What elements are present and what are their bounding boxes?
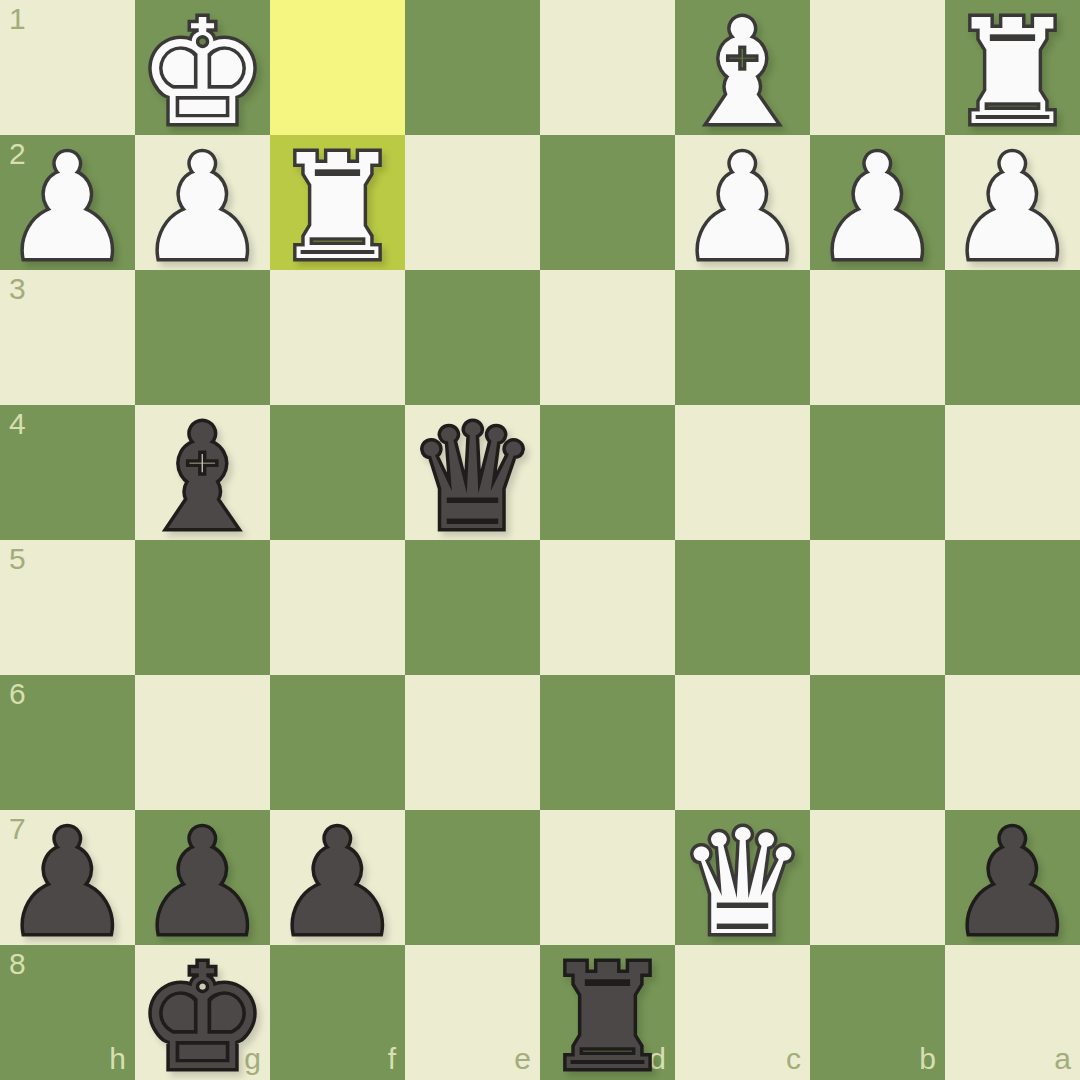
square-d1[interactable] <box>540 0 675 135</box>
piece-fill: ♛ <box>405 410 540 545</box>
square-g2[interactable]: ♟♟ <box>135 135 270 270</box>
rank-label-6: 6 <box>9 679 26 709</box>
square-a3[interactable] <box>945 270 1080 405</box>
square-c5[interactable] <box>675 540 810 675</box>
white-pawn[interactable]: ♟♟ <box>675 135 810 270</box>
square-f5[interactable] <box>270 540 405 675</box>
square-e6[interactable] <box>405 675 540 810</box>
square-b1[interactable] <box>810 0 945 135</box>
square-e3[interactable] <box>405 270 540 405</box>
black-pawn[interactable]: ♟♟ <box>270 810 405 945</box>
black-rook[interactable]: ♜♜ <box>540 945 675 1080</box>
square-a8[interactable]: a <box>945 945 1080 1080</box>
square-b7[interactable] <box>810 810 945 945</box>
square-h5[interactable]: 5 <box>0 540 135 675</box>
square-f4[interactable] <box>270 405 405 540</box>
square-a4[interactable] <box>945 405 1080 540</box>
square-a5[interactable] <box>945 540 1080 675</box>
piece-fill: ♟ <box>135 815 270 950</box>
square-h8[interactable]: 8h <box>0 945 135 1080</box>
white-pawn[interactable]: ♟♟ <box>135 135 270 270</box>
piece-fill: ♜ <box>270 140 405 275</box>
piece-fill: ♟ <box>945 140 1080 275</box>
white-bishop[interactable]: ♝♝ <box>675 0 810 135</box>
square-h3[interactable]: 3 <box>0 270 135 405</box>
piece-fill: ♜ <box>945 5 1080 140</box>
square-c8[interactable]: c <box>675 945 810 1080</box>
square-e4[interactable]: ♛♛ <box>405 405 540 540</box>
square-b8[interactable]: b <box>810 945 945 1080</box>
square-c3[interactable] <box>675 270 810 405</box>
rank-label-3: 3 <box>9 274 26 304</box>
square-e1[interactable] <box>405 0 540 135</box>
white-pawn[interactable]: ♟♟ <box>945 135 1080 270</box>
square-b3[interactable] <box>810 270 945 405</box>
piece-fill: ♟ <box>135 140 270 275</box>
rank-label-8: 8 <box>9 949 26 979</box>
piece-fill: ♛ <box>675 815 810 950</box>
chess-board: 1♚♚♝♝♜♜2♟♟♟♟♜♜♟♟♟♟♟♟34♝♝♛♛567♟♟♟♟♟♟♛♛♟♟8… <box>0 0 1080 1080</box>
square-f3[interactable] <box>270 270 405 405</box>
square-h2[interactable]: 2♟♟ <box>0 135 135 270</box>
square-e7[interactable] <box>405 810 540 945</box>
square-c1[interactable]: ♝♝ <box>675 0 810 135</box>
piece-fill: ♚ <box>135 5 270 140</box>
square-e2[interactable] <box>405 135 540 270</box>
square-c4[interactable] <box>675 405 810 540</box>
file-label-a: a <box>1054 1044 1071 1074</box>
white-queen[interactable]: ♛♛ <box>675 810 810 945</box>
square-d2[interactable] <box>540 135 675 270</box>
black-pawn[interactable]: ♟♟ <box>135 810 270 945</box>
square-d7[interactable] <box>540 810 675 945</box>
piece-fill: ♟ <box>810 140 945 275</box>
square-g7[interactable]: ♟♟ <box>135 810 270 945</box>
square-f8[interactable]: f <box>270 945 405 1080</box>
piece-fill: ♟ <box>675 140 810 275</box>
square-c7[interactable]: ♛♛ <box>675 810 810 945</box>
square-e8[interactable]: e <box>405 945 540 1080</box>
file-label-c: c <box>786 1044 801 1074</box>
square-b4[interactable] <box>810 405 945 540</box>
piece-fill: ♟ <box>945 815 1080 950</box>
square-d8[interactable]: d♜♜ <box>540 945 675 1080</box>
square-f1[interactable] <box>270 0 405 135</box>
square-b6[interactable] <box>810 675 945 810</box>
black-queen[interactable]: ♛♛ <box>405 405 540 540</box>
square-a7[interactable]: ♟♟ <box>945 810 1080 945</box>
square-d6[interactable] <box>540 675 675 810</box>
square-c6[interactable] <box>675 675 810 810</box>
black-pawn[interactable]: ♟♟ <box>0 810 135 945</box>
square-g4[interactable]: ♝♝ <box>135 405 270 540</box>
square-b5[interactable] <box>810 540 945 675</box>
piece-fill: ♟ <box>270 815 405 950</box>
black-king[interactable]: ♚♚ <box>135 945 270 1080</box>
square-g1[interactable]: ♚♚ <box>135 0 270 135</box>
square-a6[interactable] <box>945 675 1080 810</box>
square-g6[interactable] <box>135 675 270 810</box>
piece-fill: ♟ <box>0 140 135 275</box>
square-b2[interactable]: ♟♟ <box>810 135 945 270</box>
file-label-f: f <box>388 1044 396 1074</box>
white-king[interactable]: ♚♚ <box>135 0 270 135</box>
file-label-h: h <box>109 1044 126 1074</box>
square-h4[interactable]: 4 <box>0 405 135 540</box>
square-c2[interactable]: ♟♟ <box>675 135 810 270</box>
square-f7[interactable]: ♟♟ <box>270 810 405 945</box>
square-d3[interactable] <box>540 270 675 405</box>
square-g5[interactable] <box>135 540 270 675</box>
piece-fill: ♚ <box>135 950 270 1080</box>
white-pawn[interactable]: ♟♟ <box>810 135 945 270</box>
square-e5[interactable] <box>405 540 540 675</box>
white-pawn[interactable]: ♟♟ <box>0 135 135 270</box>
piece-fill: ♟ <box>0 815 135 950</box>
file-label-e: e <box>514 1044 531 1074</box>
black-pawn[interactable]: ♟♟ <box>945 810 1080 945</box>
square-a2[interactable]: ♟♟ <box>945 135 1080 270</box>
white-rook[interactable]: ♜♜ <box>270 135 405 270</box>
square-h6[interactable]: 6 <box>0 675 135 810</box>
file-label-b: b <box>919 1044 936 1074</box>
square-a1[interactable]: ♜♜ <box>945 0 1080 135</box>
square-d5[interactable] <box>540 540 675 675</box>
rank-label-5: 5 <box>9 544 26 574</box>
white-rook[interactable]: ♜♜ <box>945 0 1080 135</box>
square-d4[interactable] <box>540 405 675 540</box>
square-f2[interactable]: ♜♜ <box>270 135 405 270</box>
piece-fill: ♝ <box>135 410 270 545</box>
square-h1[interactable]: 1 <box>0 0 135 135</box>
piece-fill: ♜ <box>540 950 675 1080</box>
rank-label-4: 4 <box>9 409 26 439</box>
rank-label-1: 1 <box>9 4 26 34</box>
square-f6[interactable] <box>270 675 405 810</box>
piece-fill: ♝ <box>675 5 810 140</box>
black-bishop[interactable]: ♝♝ <box>135 405 270 540</box>
square-g8[interactable]: g♚♚ <box>135 945 270 1080</box>
square-g3[interactable] <box>135 270 270 405</box>
square-h7[interactable]: 7♟♟ <box>0 810 135 945</box>
